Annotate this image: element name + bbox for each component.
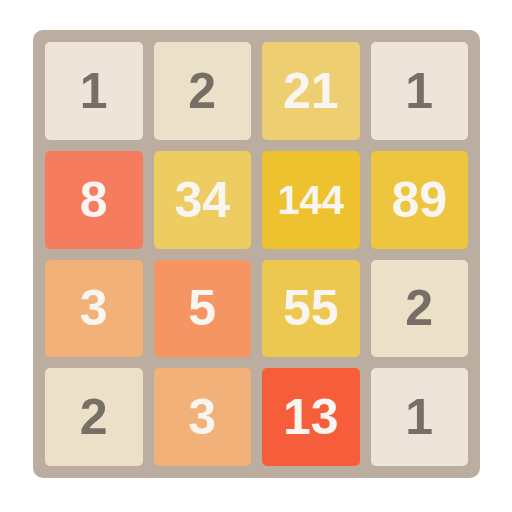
tile-r2c3-144: 144 — [262, 151, 360, 249]
tile-r3c1-3: 3 — [45, 260, 143, 358]
tile-r4c1-2: 2 — [45, 368, 143, 466]
tile-r3c4-2: 2 — [371, 260, 469, 358]
tile-r4c3-13: 13 — [262, 368, 360, 466]
tile-r2c2-34: 34 — [154, 151, 252, 249]
tile-r1c2-2: 2 — [154, 42, 252, 140]
tile-r1c1-1: 1 — [45, 42, 143, 140]
tile-r2c1-8: 8 — [45, 151, 143, 249]
tile-r2c4-89: 89 — [371, 151, 469, 249]
tile-r3c2-5: 5 — [154, 260, 252, 358]
tile-r1c3-21: 21 — [262, 42, 360, 140]
page: { "game": "2048 (Fibonacci variant)", "p… — [0, 0, 512, 512]
tile-r1c4-1: 1 — [371, 42, 469, 140]
tile-r4c4-1: 1 — [371, 368, 469, 466]
tile-r4c2-3: 3 — [154, 368, 252, 466]
tile-r3c3-55: 55 — [262, 260, 360, 358]
game-board[interactable]: 12211834144893555223131 — [33, 30, 480, 478]
